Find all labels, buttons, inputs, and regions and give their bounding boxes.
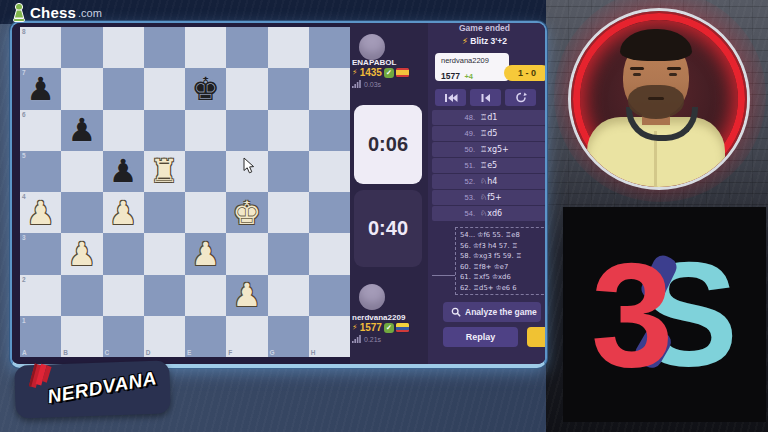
move-number: 51. <box>455 161 475 170</box>
square-b3[interactable]: ♟ <box>61 233 102 274</box>
piece-white-k-f4[interactable]: ♚ <box>226 192 267 233</box>
move-san: ♖d1 <box>480 113 497 122</box>
bottom-latency-value: 0.21s <box>364 336 381 343</box>
rank-label: 3 <box>22 234 26 241</box>
square-a4[interactable]: 4♟ <box>20 192 61 233</box>
eyebrow <box>667 67 681 70</box>
refresh-flip-button[interactable] <box>505 89 536 106</box>
refresh-icon <box>515 92 527 103</box>
square-c2[interactable] <box>103 275 144 316</box>
square-e3[interactable]: ♟ <box>185 233 226 274</box>
square-b7[interactable] <box>61 68 102 109</box>
square-a3[interactable]: 3 <box>20 233 61 274</box>
rank-label: 8 <box>22 28 26 35</box>
move-san: ♘f5+ <box>480 193 502 202</box>
piece-black-k-e7[interactable]: ♚ <box>185 68 226 109</box>
bottom-player-latency: 0.21s <box>352 335 381 343</box>
avatar-top-player[interactable] <box>359 34 385 60</box>
magnifier-icon <box>451 307 461 317</box>
bottom-player-flag-icon <box>396 323 409 332</box>
piece-white-p-a4[interactable]: ♟ <box>20 192 61 233</box>
move-san: ♖xg5+ <box>480 145 509 154</box>
result-card-name: nerdvana2209 <box>441 56 509 65</box>
move-number: 49. <box>455 129 475 138</box>
rank-label: 2 <box>22 276 26 283</box>
square-g5[interactable] <box>268 151 309 192</box>
piece-black-p-c5[interactable]: ♟ <box>103 151 144 192</box>
square-d3[interactable] <box>144 233 185 274</box>
players-panel: ENAPABOL ⚡ 1435 ✓ 0.03s 0:06 0:40 nerdva… <box>350 23 428 364</box>
skip-to-start-icon <box>444 93 458 103</box>
file-label: H <box>311 349 316 356</box>
top-player-rating: 1435 <box>360 67 382 78</box>
square-h5[interactable] <box>309 151 350 192</box>
move-row[interactable]: 48.♖d1 <box>432 110 546 125</box>
square-g2[interactable] <box>268 275 309 316</box>
step-back-icon <box>480 93 491 103</box>
move-row[interactable]: 51.♖e5 <box>432 158 546 173</box>
variation-line: 54... ♔f6 55. ♖e8 <box>460 230 547 241</box>
move-row[interactable]: 49.♖d5 <box>432 126 546 141</box>
piece-black-p-a7[interactable]: ♟ <box>20 68 61 109</box>
square-g3[interactable] <box>268 233 309 274</box>
clock-bottom-time: 0:40 <box>368 217 408 240</box>
replay-label: Replay <box>466 332 496 342</box>
analyze-game-button[interactable]: Analyze the game <box>443 302 541 322</box>
square-g8[interactable] <box>268 27 309 68</box>
square-h6[interactable] <box>309 110 350 151</box>
move-number: 53. <box>455 193 475 202</box>
top-player-name[interactable]: ENAPABOL <box>352 58 428 67</box>
chess-board[interactable]: 87♟♚6♟5♟♜4♟♟♚3♟♟2♟1ABCDEFGH <box>20 27 350 357</box>
time-control-label: Blitz 3'+2 <box>470 36 507 46</box>
piece-white-p-c4[interactable]: ♟ <box>103 192 144 233</box>
signal-bars-icon <box>352 335 361 343</box>
stream-overlay: Chess.com 87♟♚6♟5♟♜4♟♟♚3♟♟2♟1ABCDEFGH EN… <box>0 0 768 432</box>
move-row[interactable]: 53.♘f5+ <box>432 190 546 205</box>
piece-black-p-b6[interactable]: ♟ <box>61 110 102 151</box>
square-d4[interactable] <box>144 192 185 233</box>
move-number: 54. <box>455 209 475 218</box>
lightning-icon: ⚡ <box>352 68 358 77</box>
replay-button[interactable]: Replay <box>443 327 518 347</box>
variation-line: 61. ♖xf5 ♔xd6 <box>460 272 547 283</box>
eyebrow <box>630 67 644 70</box>
chesscom-logo: Chess.com <box>10 1 102 24</box>
game-status: Game ended <box>428 23 541 33</box>
square-h7[interactable] <box>309 68 350 109</box>
verified-badge-icon: ✓ <box>384 323 394 333</box>
move-number: 48. <box>455 113 475 122</box>
square-b2[interactable] <box>61 275 102 316</box>
brand-name: Chess <box>30 4 76 21</box>
file-label: F <box>228 349 232 356</box>
signal-bars-icon <box>352 80 361 88</box>
square-f3[interactable] <box>226 233 267 274</box>
streamer-beard <box>628 85 684 119</box>
square-e1[interactable]: E <box>185 316 226 357</box>
3s-logo-three: 3 <box>591 241 673 389</box>
time-control: ⚡ Blitz 3'+2 <box>428 36 541 46</box>
square-d1[interactable]: D <box>144 316 185 357</box>
square-a6[interactable]: 6 <box>20 110 61 151</box>
square-b5[interactable] <box>61 151 102 192</box>
bottom-player-name[interactable]: nerdvana2209 <box>352 313 428 322</box>
square-e4[interactable] <box>185 192 226 233</box>
top-player-flag-icon <box>396 68 409 77</box>
square-h3[interactable] <box>309 233 350 274</box>
square-f2[interactable]: ♟ <box>226 275 267 316</box>
analyze-label: Analyze the game <box>465 307 537 317</box>
square-f4[interactable]: ♚ <box>226 192 267 233</box>
square-d8[interactable] <box>144 27 185 68</box>
square-g7[interactable] <box>268 68 309 109</box>
piece-white-r-d5[interactable]: ♜ <box>144 151 185 192</box>
move-san: ♘xd6 <box>480 209 502 218</box>
chesscom-pawn-icon <box>10 2 28 23</box>
square-a2[interactable]: 2 <box>20 275 61 316</box>
square-f8[interactable] <box>226 27 267 68</box>
move-row[interactable]: 54.♘xd6 <box>432 206 546 221</box>
top-latency-value: 0.03s <box>364 81 381 88</box>
square-c7[interactable] <box>103 68 144 109</box>
result-card-delta: +4 <box>464 72 473 81</box>
square-e7[interactable]: ♚ <box>185 68 226 109</box>
bottom-player-rating: 1577 <box>360 322 382 333</box>
brand-suffix: .com <box>78 7 102 19</box>
square-f6[interactable] <box>226 110 267 151</box>
square-g4[interactable] <box>268 192 309 233</box>
rank-label: 1 <box>22 317 26 324</box>
square-h8[interactable] <box>309 27 350 68</box>
file-label: B <box>63 349 68 356</box>
move-row[interactable]: 50.♖xg5+ <box>432 142 546 157</box>
move-list: 48.♖d149.♖d550.♖xg5+51.♖e552.♘h453.♘f5+5… <box>432 110 546 222</box>
file-label: D <box>146 349 151 356</box>
variation-line: 58. ♔xg3 f5 59. ♖ <box>460 251 547 262</box>
file-label: E <box>187 349 191 356</box>
variation-line: 56. ♔f3 h4 57. ♖ <box>460 241 547 252</box>
piece-white-p-b3[interactable]: ♟ <box>61 233 102 274</box>
square-e5[interactable] <box>185 151 226 192</box>
go-to-start-button[interactable] <box>435 89 466 106</box>
square-a1[interactable]: 1A <box>20 316 61 357</box>
previous-move-button[interactable] <box>470 89 501 106</box>
square-h4[interactable] <box>309 192 350 233</box>
eye <box>633 73 641 76</box>
bottom-player-rating-row: ⚡ 1577 ✓ <box>352 322 409 333</box>
result-card-rating: 1577 <box>441 71 460 81</box>
avatar-bottom-player[interactable] <box>359 284 385 310</box>
square-e2[interactable] <box>185 275 226 316</box>
file-label: A <box>22 349 27 356</box>
square-c8[interactable] <box>103 27 144 68</box>
square-c6[interactable] <box>103 110 144 151</box>
square-a5[interactable]: 5 <box>20 151 61 192</box>
square-a7[interactable]: 7♟ <box>20 68 61 109</box>
webcam-frame <box>568 8 750 190</box>
game-info-panel: Game ended ⚡ Blitz 3'+2 nerdvana2209 157… <box>428 23 545 364</box>
square-b4[interactable] <box>61 192 102 233</box>
clock-top-time: 0:06 <box>368 133 408 156</box>
variation-preview-box[interactable]: 54... ♔f6 55. ♖e856. ♔f3 h4 57. ♖58. ♔xg… <box>455 227 547 295</box>
top-player-latency: 0.03s <box>352 80 381 88</box>
piece-white-p-e3[interactable]: ♟ <box>185 233 226 274</box>
top-player-rating-row: ⚡ 1435 ✓ <box>352 67 409 78</box>
square-f7[interactable] <box>226 68 267 109</box>
square-b8[interactable] <box>61 27 102 68</box>
nerdvana-banner: NERDVANA <box>14 360 171 418</box>
variation-line: 60. ♖f8+ ♔e7 <box>460 262 547 273</box>
square-d2[interactable] <box>144 275 185 316</box>
square-c3[interactable] <box>103 233 144 274</box>
mouth <box>648 97 664 100</box>
square-d7[interactable] <box>144 68 185 109</box>
clock-top: 0:06 <box>354 105 422 184</box>
square-h2[interactable] <box>309 275 350 316</box>
rank-label: 5 <box>22 152 26 159</box>
score-badge: 1 - 0 <box>504 65 547 81</box>
square-g1[interactable]: G <box>268 316 309 357</box>
eye <box>669 73 677 76</box>
move-row[interactable]: 52.♘h4 <box>432 174 546 189</box>
result-card: nerdvana2209 1577 +4 <box>435 53 509 81</box>
move-san: ♘h4 <box>480 177 497 186</box>
square-e6[interactable] <box>185 110 226 151</box>
rank-label: 6 <box>22 111 26 118</box>
game-window: 87♟♚6♟5♟♜4♟♟♚3♟♟2♟1ABCDEFGH ENAPABOL ⚡ 1… <box>10 21 547 368</box>
file-label: C <box>105 349 110 356</box>
square-e8[interactable] <box>185 27 226 68</box>
move-san: ♖d5 <box>480 129 497 138</box>
nerdvana-banner-text: NERDVANA <box>46 367 158 408</box>
square-f1[interactable]: F <box>226 316 267 357</box>
move-san: ♖e5 <box>480 161 497 170</box>
verified-badge-icon: ✓ <box>384 68 394 78</box>
square-a8[interactable]: 8 <box>20 27 61 68</box>
move-number: 52. <box>455 177 475 186</box>
3s-logo: 3 S <box>563 207 766 422</box>
variation-line: 62. ♖d5+ ♔e6 6 <box>460 283 547 294</box>
lightning-icon: ⚡ <box>352 323 358 332</box>
move-number: 50. <box>455 145 475 154</box>
square-d6[interactable] <box>144 110 185 151</box>
square-c4[interactable]: ♟ <box>103 192 144 233</box>
mouse-cursor <box>243 157 255 178</box>
move-nav-row <box>435 89 536 106</box>
square-b1[interactable]: B <box>61 316 102 357</box>
lightning-icon: ⚡ <box>462 36 468 46</box>
new-game-button-partial[interactable] <box>527 327 547 347</box>
piece-white-p-f2[interactable]: ♟ <box>226 275 267 316</box>
file-label: G <box>270 349 275 356</box>
variation-connector-line <box>432 275 455 276</box>
square-h1[interactable]: H <box>309 316 350 357</box>
square-d5[interactable]: ♜ <box>144 151 185 192</box>
square-g6[interactable] <box>268 110 309 151</box>
square-c5[interactable]: ♟ <box>103 151 144 192</box>
square-b6[interactable]: ♟ <box>61 110 102 151</box>
square-c1[interactable]: C <box>103 316 144 357</box>
clock-bottom: 0:40 <box>354 190 422 267</box>
